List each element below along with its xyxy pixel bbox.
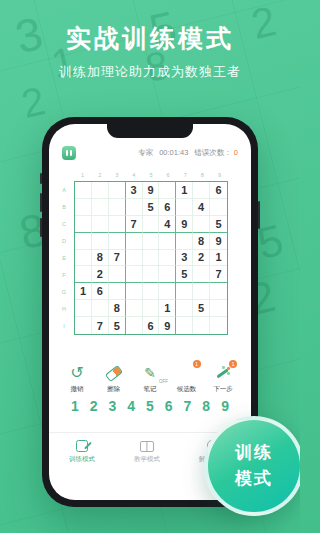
- page-title: 实战训练模式: [0, 22, 300, 55]
- numpad-key-6[interactable]: 6: [165, 398, 173, 414]
- difficulty-label: 专家: [138, 148, 153, 158]
- notification-badge: 1: [229, 360, 237, 368]
- cell-E9[interactable]: 1: [210, 250, 227, 267]
- board-column-labels: 123456789: [74, 171, 228, 179]
- column-label: 9: [211, 171, 228, 179]
- cell-A5[interactable]: 9: [143, 182, 160, 199]
- row-label: B: [60, 198, 68, 215]
- page-subtitle: 训练加理论助力成为数独王者: [0, 63, 300, 81]
- cell-I8[interactable]: [193, 317, 210, 334]
- cell-G4[interactable]: [126, 283, 143, 300]
- tool-label: 笔记: [144, 385, 157, 394]
- row-label: I: [60, 318, 68, 335]
- cell-A3[interactable]: [109, 182, 126, 199]
- cell-B7[interactable]: [176, 199, 193, 216]
- cell-C1[interactable]: [75, 216, 92, 233]
- phone-mute-switch: [40, 173, 42, 184]
- cell-I9[interactable]: [210, 317, 227, 334]
- mode-badge-line1: 训练: [235, 440, 273, 466]
- cell-E1[interactable]: [75, 250, 92, 267]
- cell-A8[interactable]: [193, 182, 210, 199]
- cell-I5[interactable]: 6: [143, 317, 160, 334]
- numpad-key-3[interactable]: 3: [109, 398, 117, 414]
- cell-I1[interactable]: [75, 317, 92, 334]
- cell-G2[interactable]: 6: [92, 283, 109, 300]
- cell-F6[interactable]: [159, 266, 176, 283]
- column-label: 3: [108, 171, 125, 179]
- cell-F4[interactable]: [126, 266, 143, 283]
- cell-E7[interactable]: 3: [176, 250, 193, 267]
- cell-B9[interactable]: [210, 199, 227, 216]
- cell-G5[interactable]: [143, 283, 160, 300]
- cell-D7[interactable]: [176, 233, 193, 250]
- cell-D3[interactable]: [109, 233, 126, 250]
- cell-D2[interactable]: [92, 233, 109, 250]
- mode-badge-line2: 模式: [235, 466, 273, 492]
- cell-H6[interactable]: 1: [159, 300, 176, 317]
- cell-B3[interactable]: [109, 199, 126, 216]
- cell-A9[interactable]: 6: [210, 182, 227, 199]
- status-text: 专家 00:01:43 错误次数： 0: [138, 148, 238, 158]
- row-label: D: [60, 232, 68, 249]
- cell-C3[interactable]: [109, 216, 126, 233]
- candidates-tool-button[interactable]: 1候选数: [171, 363, 203, 394]
- cell-C4[interactable]: 7: [126, 216, 143, 233]
- cell-G8[interactable]: [193, 283, 210, 300]
- mistakes-label: 错误次数：: [194, 148, 232, 158]
- board-row-labels: ABCDEFGHI: [60, 181, 68, 335]
- tool-label: 撤销: [71, 385, 84, 394]
- cell-H8[interactable]: 5: [193, 300, 210, 317]
- phone-volume-up-button: [40, 193, 42, 212]
- cell-F3[interactable]: [109, 266, 126, 283]
- cell-I4[interactable]: [126, 317, 143, 334]
- notification-badge: 1: [193, 360, 201, 368]
- cell-A2[interactable]: [92, 182, 109, 199]
- cell-F9[interactable]: 7: [210, 266, 227, 283]
- cell-H3[interactable]: 8: [109, 300, 126, 317]
- cell-C6[interactable]: 4: [159, 216, 176, 233]
- toolbar: ↺撤销擦除✎OFF笔记1候选数1下一步: [61, 363, 239, 394]
- row-label: E: [60, 249, 68, 266]
- phone-power-button: [258, 201, 260, 229]
- row-label: G: [60, 284, 68, 301]
- cell-H7[interactable]: [176, 300, 193, 317]
- cell-C5[interactable]: [143, 216, 160, 233]
- cell-G1[interactable]: 1: [75, 283, 92, 300]
- row-label: A: [60, 181, 68, 198]
- numpad-key-1[interactable]: 1: [71, 398, 79, 414]
- cell-F8[interactable]: [193, 266, 210, 283]
- cell-A1[interactable]: [75, 182, 92, 199]
- numpad-key-8[interactable]: 8: [202, 398, 210, 414]
- cell-H9[interactable]: [210, 300, 227, 317]
- cell-I6[interactable]: 9: [159, 317, 176, 334]
- cell-G6[interactable]: [159, 283, 176, 300]
- cell-H5[interactable]: [143, 300, 160, 317]
- cell-H2[interactable]: [92, 300, 109, 317]
- cell-D8[interactable]: 8: [193, 233, 210, 250]
- cell-E6[interactable]: [159, 250, 176, 267]
- cell-I3[interactable]: 5: [109, 317, 126, 334]
- phone-volume-down-button: [40, 218, 42, 237]
- tool-label: 下一步: [213, 385, 233, 394]
- column-label: 2: [91, 171, 108, 179]
- cell-E3[interactable]: 7: [109, 250, 126, 267]
- tool-label: 擦除: [107, 385, 120, 394]
- cell-C2[interactable]: [92, 216, 109, 233]
- row-label: C: [60, 215, 68, 232]
- cell-F7[interactable]: 5: [176, 266, 193, 283]
- tab-label: 教学模式: [134, 455, 160, 464]
- cell-C8[interactable]: [193, 216, 210, 233]
- edit-icon: [76, 439, 88, 453]
- numpad-key-7[interactable]: 7: [184, 398, 192, 414]
- tool-label: 候选数: [177, 385, 197, 394]
- cell-C9[interactable]: 5: [210, 216, 227, 233]
- number-pad: 123456789: [71, 398, 229, 414]
- cell-C7[interactable]: 9: [176, 216, 193, 233]
- eraser-tool-button[interactable]: 擦除: [98, 363, 130, 394]
- cell-H1[interactable]: [75, 300, 92, 317]
- cell-D6[interactable]: [159, 233, 176, 250]
- column-label: 7: [177, 171, 194, 179]
- wand-tool-button[interactable]: 1下一步: [207, 363, 239, 394]
- notes-off-tag: OFF: [159, 379, 168, 384]
- cell-I7[interactable]: [176, 317, 193, 334]
- timer: 00:01:43: [159, 148, 188, 157]
- sudoku-board: 391656474958987321257168157569: [74, 181, 228, 335]
- tab-book[interactable]: 教学模式: [122, 439, 172, 464]
- cell-B8[interactable]: 4: [193, 199, 210, 216]
- tab-label: 训练模式: [69, 455, 95, 464]
- cell-E2[interactable]: 8: [92, 250, 109, 267]
- numpad-key-4[interactable]: 4: [127, 398, 135, 414]
- column-label: 6: [160, 171, 177, 179]
- cell-G7[interactable]: [176, 283, 193, 300]
- pause-button[interactable]: [62, 146, 76, 160]
- undo-tool-button[interactable]: ↺撤销: [61, 363, 93, 394]
- cell-D5[interactable]: [143, 233, 160, 250]
- cell-D9[interactable]: 9: [210, 233, 227, 250]
- row-label: H: [60, 301, 68, 318]
- column-label: 4: [125, 171, 142, 179]
- column-label: 1: [74, 171, 91, 179]
- numpad-key-9[interactable]: 9: [221, 398, 229, 414]
- tab-edit[interactable]: 训练模式: [57, 439, 107, 464]
- phone-notch: [107, 124, 193, 138]
- cell-D1[interactable]: [75, 233, 92, 250]
- cell-F1[interactable]: [75, 266, 92, 283]
- cell-H4[interactable]: [126, 300, 143, 317]
- cell-D4[interactable]: [126, 233, 143, 250]
- wand-icon: 1: [212, 363, 234, 383]
- cell-G3[interactable]: [109, 283, 126, 300]
- pencil-icon: ✎OFF: [139, 363, 161, 383]
- undo-icon: ↺: [66, 363, 88, 383]
- cell-I2[interactable]: 7: [92, 317, 109, 334]
- row-label: F: [60, 267, 68, 284]
- cell-E4[interactable]: [126, 250, 143, 267]
- cell-A7[interactable]: 1: [176, 182, 193, 199]
- watermark-number: 2: [18, 80, 49, 124]
- cell-E5[interactable]: [143, 250, 160, 267]
- cell-F5[interactable]: [143, 266, 160, 283]
- cell-B6[interactable]: 6: [159, 199, 176, 216]
- column-label: 5: [142, 171, 159, 179]
- mode-badge: 训练 模式: [204, 416, 300, 516]
- eraser-icon: [103, 363, 125, 383]
- cell-F2[interactable]: 2: [92, 266, 109, 283]
- mistakes-count: 0: [234, 148, 238, 157]
- numpad-key-2[interactable]: 2: [90, 398, 98, 414]
- game-status-bar: 专家 00:01:43 错误次数： 0: [62, 145, 238, 160]
- cell-G9[interactable]: [210, 283, 227, 300]
- cell-B2[interactable]: [92, 199, 109, 216]
- cell-E8[interactable]: 2: [193, 250, 210, 267]
- book-icon: [140, 439, 154, 453]
- cell-A6[interactable]: [159, 182, 176, 199]
- column-label: 8: [194, 171, 211, 179]
- cell-B4[interactable]: [126, 199, 143, 216]
- cell-B1[interactable]: [75, 199, 92, 216]
- pencil-tool-button[interactable]: ✎OFF笔记: [134, 363, 166, 394]
- cell-A4[interactable]: 3: [126, 182, 143, 199]
- numpad-key-5[interactable]: 5: [146, 398, 154, 414]
- candidates-icon: 1: [176, 363, 198, 383]
- cell-B5[interactable]: 5: [143, 199, 160, 216]
